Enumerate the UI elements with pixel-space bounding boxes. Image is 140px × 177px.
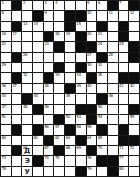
cell-1-10[interactable]: 11: [108, 11, 118, 20]
cell-5-10[interactable]: 28: [108, 53, 118, 62]
cell-13-10[interactable]: [108, 136, 118, 145]
cell-5-8[interactable]: 27: [87, 53, 97, 62]
cell-16-2[interactable]: У: [22, 167, 32, 176]
cell-7-10[interactable]: [108, 73, 118, 82]
cell-16-12[interactable]: [129, 167, 139, 176]
cell-9-7[interactable]: [76, 94, 86, 103]
cell-0-3[interactable]: [33, 1, 43, 10]
cell-12-10[interactable]: [108, 125, 118, 134]
clue-number: 71: [119, 146, 123, 150]
cell-5-4[interactable]: [44, 53, 54, 62]
black-cell-10-12: [129, 105, 139, 114]
clue-number: 48: [23, 105, 27, 109]
cell-6-3[interactable]: [33, 63, 43, 72]
cell-16-6[interactable]: [65, 167, 75, 176]
cell-13-9[interactable]: 65: [97, 136, 107, 145]
cell-13-2[interactable]: [22, 136, 32, 145]
cell-15-2[interactable]: Э: [22, 156, 32, 165]
cell-0-5[interactable]: 4: [54, 1, 64, 10]
cell-13-1[interactable]: [12, 136, 22, 145]
clue-number: 32: [23, 73, 27, 77]
clue-number: 55: [130, 115, 134, 119]
black-cell-12-3: [33, 125, 43, 134]
cell-14-2[interactable]: 66Д: [22, 146, 32, 155]
clue-number: 64: [87, 136, 91, 140]
cell-11-11[interactable]: [119, 115, 129, 124]
black-cell-15-10: [108, 156, 118, 165]
cell-7-9[interactable]: 35: [97, 73, 107, 82]
cell-15-5[interactable]: 75: [54, 156, 64, 165]
cell-7-7[interactable]: 34: [76, 73, 86, 82]
cell-2-4[interactable]: [44, 22, 54, 31]
clue-number: 39: [76, 84, 80, 88]
cell-16-0[interactable]: 78: [1, 167, 11, 176]
clue-number: 43: [2, 94, 6, 98]
clue-number: 8: [2, 11, 4, 15]
cell-0-9[interactable]: 6: [97, 1, 107, 10]
black-cell-12-1: [12, 125, 22, 134]
cell-16-1[interactable]: [12, 167, 22, 176]
cell-9-5[interactable]: [54, 94, 64, 103]
clue-number: 29: [2, 63, 6, 67]
cell-14-7[interactable]: 69: [76, 146, 86, 155]
clue-number: 23: [44, 42, 48, 46]
cell-3-10[interactable]: [108, 32, 118, 41]
black-cell-1-3: [33, 11, 43, 20]
cell-9-10[interactable]: 46: [108, 94, 118, 103]
clue-number: 1: [2, 1, 4, 5]
cell-3-6[interactable]: 19: [65, 32, 75, 41]
black-cell-12-6: [65, 125, 75, 134]
cell-11-3[interactable]: [33, 115, 43, 124]
cell-8-5[interactable]: [54, 84, 64, 93]
cell-3-1[interactable]: 17: [12, 32, 22, 41]
clue-number: 27: [87, 53, 91, 57]
clue-number: 20: [87, 32, 91, 36]
cell-4-9[interactable]: 24: [97, 42, 107, 51]
black-cell-11-5: [54, 115, 64, 124]
clue-number: 13: [23, 22, 27, 26]
cell-14-6[interactable]: 68: [65, 146, 75, 155]
clue-number: 58: [76, 125, 80, 129]
cell-11-2[interactable]: [22, 115, 32, 124]
cell-13-8[interactable]: 64: [87, 136, 97, 145]
cell-8-2[interactable]: [22, 84, 32, 93]
cell-4-10[interactable]: [108, 42, 118, 51]
cell-9-11[interactable]: [119, 94, 129, 103]
cell-10-5[interactable]: [54, 105, 64, 114]
cell-10-4[interactable]: 49: [44, 105, 54, 114]
cell-1-12[interactable]: 12: [129, 11, 139, 20]
cell-0-2[interactable]: 2: [22, 1, 32, 10]
clue-number: 22: [2, 42, 6, 46]
clue-number: 78: [2, 167, 6, 171]
black-cell-1-7: [76, 11, 86, 20]
clue-number: 50: [98, 105, 102, 109]
cell-10-11[interactable]: [119, 105, 129, 114]
cell-12-4[interactable]: 56: [44, 125, 54, 134]
black-cell-2-9: [97, 22, 107, 31]
clue-number: 41: [119, 84, 123, 88]
cell-13-5[interactable]: 62: [54, 136, 64, 145]
cell-8-10[interactable]: [108, 84, 118, 93]
black-cell-0-1: [12, 1, 22, 10]
clue-number: 14: [34, 22, 38, 26]
black-cell-7-1: [12, 73, 22, 82]
cell-3-8[interactable]: 20: [87, 32, 97, 41]
cell-0-0[interactable]: 1: [1, 1, 11, 10]
filled-letter: У: [22, 168, 32, 176]
clue-number: 40: [87, 84, 91, 88]
cell-15-8[interactable]: 76: [87, 156, 97, 165]
cell-1-2[interactable]: [22, 11, 32, 20]
clue-number: 59: [87, 125, 91, 129]
clue-number: 44: [34, 94, 38, 98]
cell-1-9[interactable]: [97, 11, 107, 20]
cell-4-2[interactable]: [22, 42, 32, 51]
cell-11-10[interactable]: [108, 115, 118, 124]
black-cell-0-10: [108, 1, 118, 10]
clue-number: 11: [108, 11, 112, 15]
clue-number: 34: [76, 73, 80, 77]
black-cell-6-5: [54, 63, 64, 72]
cell-5-11[interactable]: [119, 53, 129, 62]
cell-16-3[interactable]: [33, 167, 43, 176]
cell-14-11[interactable]: 71: [119, 146, 129, 155]
black-cell-0-12: [129, 1, 139, 10]
cell-11-12[interactable]: 55: [129, 115, 139, 124]
black-cell-4-8: [87, 42, 97, 51]
cell-2-8[interactable]: [87, 22, 97, 31]
clue-number: 4: [55, 1, 57, 5]
cell-7-3[interactable]: [33, 73, 43, 82]
cell-5-2[interactable]: 26: [22, 53, 32, 62]
cell-3-12[interactable]: [129, 32, 139, 41]
black-cell-10-8: [87, 105, 97, 114]
cell-2-3[interactable]: 14: [33, 22, 43, 31]
cell-16-5[interactable]: [54, 167, 64, 176]
cell-2-10[interactable]: [108, 22, 118, 31]
cell-4-6[interactable]: [65, 42, 75, 51]
cell-11-0[interactable]: 51: [1, 115, 11, 124]
cell-8-1[interactable]: 37: [12, 84, 22, 93]
black-cell-3-11: [119, 32, 129, 41]
clue-number: 30: [87, 63, 91, 67]
cell-2-0[interactable]: [1, 22, 11, 31]
cell-7-2[interactable]: 32: [22, 73, 32, 82]
black-cell-14-5: [54, 146, 64, 155]
cell-11-1[interactable]: [12, 115, 22, 124]
clue-number: 47: [2, 105, 6, 109]
cell-11-6[interactable]: 52: [65, 115, 75, 124]
clue-number: 76: [87, 156, 91, 160]
black-cell-5-9: [97, 53, 107, 62]
black-cell-11-8: [87, 115, 97, 124]
cell-3-9[interactable]: 21: [97, 32, 107, 41]
cell-6-10[interactable]: [108, 63, 118, 72]
cell-2-7[interactable]: 15: [76, 22, 86, 31]
cell-6-6[interactable]: [65, 63, 75, 72]
cell-0-4[interactable]: 3: [44, 1, 54, 10]
black-cell-13-4: [44, 136, 54, 145]
clue-number: 46: [108, 94, 112, 98]
cell-3-3[interactable]: [33, 32, 43, 41]
cell-5-6[interactable]: [65, 53, 75, 62]
cell-4-4[interactable]: 23: [44, 42, 54, 51]
cell-14-10[interactable]: [108, 146, 118, 155]
black-cell-4-5: [54, 42, 64, 51]
cell-6-2[interactable]: [22, 63, 32, 72]
black-cell-7-8: [87, 73, 97, 82]
cell-0-11[interactable]: 7: [119, 1, 129, 10]
clue-number: 67: [44, 146, 48, 150]
cell-15-4[interactable]: 74: [44, 156, 54, 165]
cell-6-11[interactable]: [119, 63, 129, 72]
cell-13-3[interactable]: 61: [33, 136, 43, 145]
clue-number: 68: [66, 146, 70, 150]
clue-number: 62: [55, 136, 59, 140]
clue-number: 21: [98, 32, 102, 36]
cell-13-6[interactable]: 63: [65, 136, 75, 145]
cell-2-5[interactable]: [54, 22, 64, 31]
clue-number: 10: [87, 11, 91, 15]
black-cell-2-1: [12, 22, 22, 31]
cell-1-11[interactable]: [119, 11, 129, 20]
clue-number: 70: [98, 146, 102, 150]
black-cell-8-6: [65, 84, 75, 93]
black-cell-9-9: [97, 94, 107, 103]
clue-number: 54: [98, 115, 102, 119]
clue-number: 15: [76, 22, 80, 26]
clue-number: 37: [12, 84, 16, 88]
clue-number: 51: [2, 115, 6, 119]
filled-letter: Э: [22, 157, 32, 165]
cell-9-12[interactable]: [129, 94, 139, 103]
clue-number: 52: [66, 115, 70, 119]
cell-5-3[interactable]: [33, 53, 43, 62]
clue-number: 65: [98, 136, 102, 140]
cell-7-0[interactable]: [1, 73, 11, 82]
cell-1-1[interactable]: [12, 11, 22, 20]
black-cell-13-7: [76, 136, 86, 145]
black-cell-15-9: [97, 156, 107, 165]
clue-number: 38: [44, 84, 48, 88]
black-cell-13-11: [119, 136, 129, 145]
cell-2-2[interactable]: 13: [22, 22, 32, 31]
black-cell-7-4: [44, 73, 54, 82]
clue-number: 63: [66, 136, 70, 140]
cell-8-11[interactable]: 41: [119, 84, 129, 93]
cell-16-11[interactable]: 80: [119, 167, 129, 176]
cell-14-12[interactable]: 72: [129, 146, 139, 155]
clue-number: 42: [130, 84, 134, 88]
cell-8-0[interactable]: 36: [1, 84, 11, 93]
clue-number: 49: [44, 105, 48, 109]
cell-5-7[interactable]: [76, 53, 86, 62]
clue-number: 9: [44, 11, 46, 15]
cell-15-7[interactable]: [76, 156, 86, 165]
cell-1-4[interactable]: 9: [44, 11, 54, 20]
clue-number: 74: [44, 156, 48, 160]
cell-8-12[interactable]: 42: [129, 84, 139, 93]
cell-6-9[interactable]: 31: [97, 63, 107, 72]
clue-number: 28: [108, 53, 112, 57]
cell-6-12[interactable]: [129, 63, 139, 72]
clue-number: 57: [55, 125, 59, 129]
clue-number: 3: [44, 1, 46, 5]
black-cell-12-11: [119, 125, 129, 134]
clue-number: 53: [76, 115, 80, 119]
clue-number: 56: [44, 125, 48, 129]
cell-4-0[interactable]: 22: [1, 42, 11, 51]
cell-14-0[interactable]: [1, 146, 11, 155]
clue-number: 69: [76, 146, 80, 150]
black-cell-12-9: [97, 125, 107, 134]
cell-15-11[interactable]: 77: [119, 156, 129, 165]
cell-5-0[interactable]: [1, 53, 11, 62]
clue-number: 61: [34, 136, 38, 140]
clue-number: 25: [119, 42, 123, 46]
black-cell-2-11: [119, 22, 129, 31]
cell-8-7[interactable]: 39: [76, 84, 86, 93]
clue-number: 60: [2, 136, 6, 140]
cell-9-6[interactable]: 45: [65, 94, 75, 103]
clue-number: 17: [12, 32, 16, 36]
cell-12-0[interactable]: [1, 125, 11, 134]
black-cell-4-12: [129, 42, 139, 51]
cell-9-1[interactable]: [12, 94, 22, 103]
clue-number: 79: [87, 167, 91, 171]
cell-1-0[interactable]: 8: [1, 11, 11, 20]
cell-4-3[interactable]: [33, 42, 43, 51]
cell-9-4[interactable]: [44, 94, 54, 103]
cell-11-4[interactable]: [44, 115, 54, 124]
cell-14-9[interactable]: 70: [97, 146, 107, 155]
cell-7-5[interactable]: 33: [54, 73, 64, 82]
clue-number: 77: [119, 156, 123, 160]
black-cell-16-7: [76, 167, 86, 176]
cell-9-0[interactable]: 43: [1, 94, 11, 103]
black-cell-14-8: [87, 146, 97, 155]
clue-number: 45: [66, 94, 70, 98]
cell-10-1[interactable]: [12, 105, 22, 114]
cell-6-4[interactable]: [44, 63, 54, 72]
cell-3-2[interactable]: [22, 32, 32, 41]
cell-16-9[interactable]: [97, 167, 107, 176]
clue-number: 5: [87, 1, 89, 5]
cell-9-3[interactable]: 44: [33, 94, 43, 103]
cell-1-5[interactable]: [54, 11, 64, 20]
cell-0-7[interactable]: [76, 1, 86, 10]
cell-4-1[interactable]: [12, 42, 22, 51]
cell-1-8[interactable]: 10: [87, 11, 97, 20]
black-cell-7-11: [119, 73, 129, 82]
cell-8-4[interactable]: 38: [44, 84, 54, 93]
cell-14-4[interactable]: 67: [44, 146, 54, 155]
clue-number: 18: [55, 32, 59, 36]
cell-10-9[interactable]: 50: [97, 105, 107, 114]
cell-7-6[interactable]: [65, 73, 75, 82]
clue-number: 72: [130, 146, 134, 150]
clue-number: 31: [98, 63, 102, 67]
cell-2-12[interactable]: [129, 22, 139, 31]
cell-12-12[interactable]: [129, 125, 139, 134]
cell-8-3[interactable]: [33, 84, 43, 93]
black-cell-14-1: [12, 146, 22, 155]
black-cell-5-12: [129, 53, 139, 62]
cell-10-10[interactable]: [108, 105, 118, 114]
cell-10-0[interactable]: 47: [1, 105, 11, 114]
black-cell-2-6: [65, 22, 75, 31]
cell-11-9[interactable]: 54: [97, 115, 107, 124]
cell-12-8[interactable]: 59: [87, 125, 97, 134]
cell-0-6[interactable]: [65, 1, 75, 10]
black-cell-15-3: [33, 156, 43, 165]
cell-15-12[interactable]: [129, 156, 139, 165]
clue-number: 80: [119, 167, 123, 171]
clue-number: 16: [2, 32, 6, 36]
clue-number: 26: [23, 53, 27, 57]
cell-9-8[interactable]: [87, 94, 97, 103]
cell-13-0[interactable]: 60: [1, 136, 11, 145]
black-cell-4-7: [76, 42, 86, 51]
cell-0-8[interactable]: 5: [87, 1, 97, 10]
cell-8-9[interactable]: [97, 84, 107, 93]
clue-number: 19: [66, 32, 70, 36]
clue-number: 24: [98, 42, 102, 46]
cell-10-6[interactable]: [65, 105, 75, 114]
cell-6-1[interactable]: [12, 63, 22, 72]
cell-11-7[interactable]: 53: [76, 115, 86, 124]
cell-6-0[interactable]: 29: [1, 63, 11, 72]
black-cell-3-7: [76, 32, 86, 41]
cell-4-11[interactable]: 25: [119, 42, 129, 51]
clue-number: 2: [23, 1, 25, 5]
black-cell-10-7: [76, 105, 86, 114]
black-cell-7-12: [129, 73, 139, 82]
cell-5-5[interactable]: [54, 53, 64, 62]
cell-12-7[interactable]: 58: [76, 125, 86, 134]
cell-15-6[interactable]: [65, 156, 75, 165]
clue-number: 75: [55, 156, 59, 160]
cell-8-8[interactable]: 40: [87, 84, 97, 93]
black-cell-13-12: [129, 136, 139, 145]
cell-15-0[interactable]: 73: [1, 156, 11, 165]
cell-12-2[interactable]: [22, 125, 32, 134]
cell-16-8[interactable]: 79: [87, 167, 97, 176]
black-cell-10-3: [33, 105, 43, 114]
clue-number: 7: [119, 1, 121, 5]
black-cell-5-1: [12, 53, 22, 62]
filled-letter: Д: [22, 147, 32, 155]
cell-10-2[interactable]: 48: [22, 105, 32, 114]
black-cell-9-2: [22, 94, 32, 103]
cell-6-8[interactable]: 30: [87, 63, 97, 72]
cell-12-5[interactable]: 57: [54, 125, 64, 134]
black-cell-6-7: [76, 63, 86, 72]
clue-number: 35: [98, 73, 102, 77]
clue-number: 33: [55, 73, 59, 77]
cell-14-3[interactable]: [33, 146, 43, 155]
cell-15-1[interactable]: [12, 156, 22, 165]
cell-16-4[interactable]: [44, 167, 54, 176]
black-cell-16-10: [108, 167, 118, 176]
clue-number: 36: [2, 84, 6, 88]
clue-number: 12: [130, 11, 134, 15]
cell-3-0[interactable]: 16: [1, 32, 11, 41]
crossword-grid: 1234567891011121314151617181920212223242…: [0, 0, 140, 177]
cell-3-5[interactable]: 18: [54, 32, 64, 41]
